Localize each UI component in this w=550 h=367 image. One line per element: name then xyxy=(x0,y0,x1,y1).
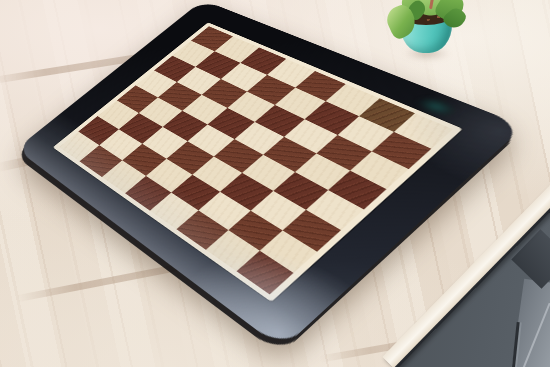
photo-chessboard-on-desk xyxy=(0,0,550,367)
potted-plant xyxy=(385,0,475,65)
